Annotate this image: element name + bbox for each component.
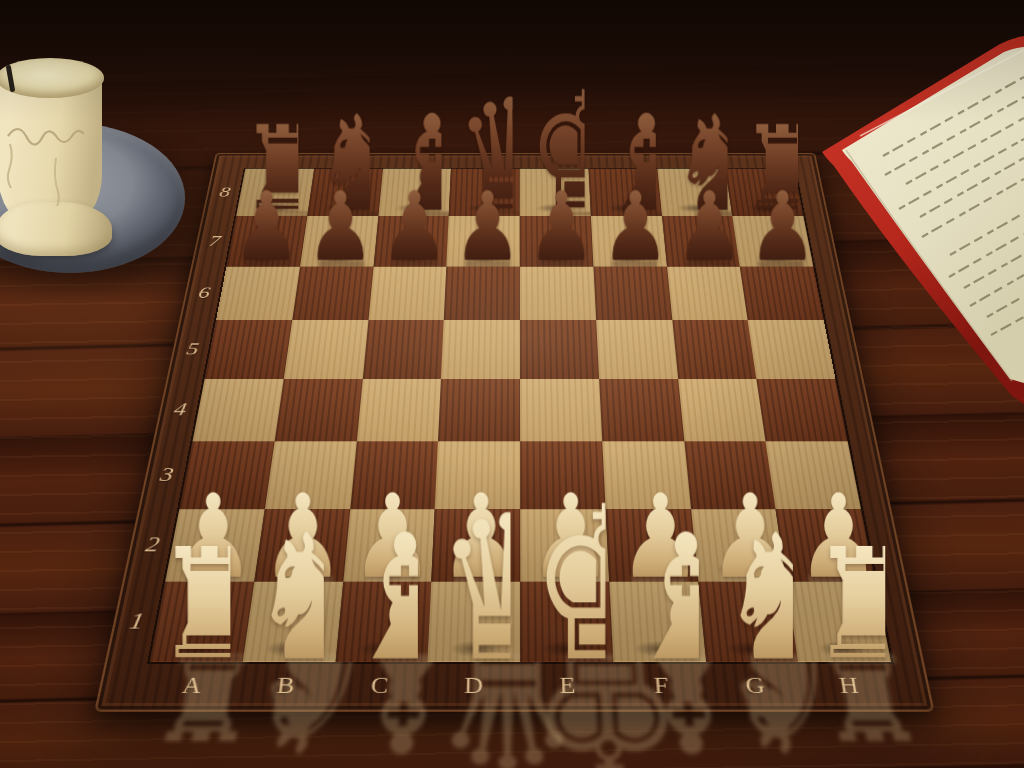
piece-black-pawn-g7[interactable]: ♟ [675,179,734,275]
piece-white-knight-b1[interactable]: ♞ [248,511,323,685]
candle-wax-drips [0,98,112,218]
square-c7[interactable]: ♟♟ [373,216,449,266]
chess-board: 87654321 ABCDEFGH ♜♜♞♞♝♝♛♛♚♚♝♝♞♞♜♜♟♟♟♟♟♟… [94,153,934,712]
piece-black-pawn-h7[interactable]: ♟ [749,179,808,275]
square-d5[interactable] [441,320,520,378]
square-f4[interactable] [599,379,684,442]
piece-black-pawn-c7[interactable]: ♟ [380,179,439,275]
candle-top [0,58,104,98]
square-b4[interactable] [274,379,362,442]
piece-black-pawn-d7[interactable]: ♟ [453,179,512,275]
square-d1[interactable]: ♛♛ [428,582,521,662]
square-e7[interactable]: ♟♟ [520,216,593,266]
square-b1[interactable]: ♞♞ [242,582,342,662]
square-e1[interactable]: ♚♚ [520,582,613,662]
board-grid: ♜♜♞♞♝♝♛♛♚♚♝♝♞♞♜♜♟♟♟♟♟♟♟♟♟♟♟♟♟♟♟♟♟♟♟♟♟♟♟♟… [150,169,891,662]
square-b7[interactable]: ♟♟ [300,216,378,266]
piece-white-queen-d1[interactable]: ♛ [436,489,511,690]
piece-black-pawn-f7[interactable]: ♟ [601,179,660,275]
piece-white-bishop-c1[interactable]: ♝ [342,511,417,685]
piece-white-knight-g1[interactable]: ♞ [717,511,792,685]
piece-black-pawn-b7[interactable]: ♟ [306,179,365,275]
scene: 87654321 ABCDEFGH ♜♜♞♞♝♝♛♛♚♚♝♝♞♞♜♜♟♟♟♟♟♟… [0,0,1024,768]
square-h5[interactable] [748,320,835,378]
board-scene: 87654321 ABCDEFGH ♜♜♞♞♝♝♛♛♚♚♝♝♞♞♜♜♟♟♟♟♟♟… [0,0,1024,768]
square-a1[interactable]: ♜♜ [150,582,254,662]
piece-white-king-e1[interactable]: ♚ [530,479,605,692]
piece-black-pawn-e7[interactable]: ♟ [527,179,586,275]
square-c5[interactable] [362,320,444,378]
square-g4[interactable] [678,379,766,442]
square-a7[interactable]: ♟♟ [226,216,307,266]
square-g5[interactable] [672,320,757,378]
square-a5[interactable] [205,320,292,378]
piece-black-pawn-a7[interactable]: ♟ [232,179,291,275]
square-f7[interactable]: ♟♟ [591,216,667,266]
square-e5[interactable] [520,320,599,378]
square-c1[interactable]: ♝♝ [335,582,431,662]
square-c4[interactable] [356,379,441,442]
square-d4[interactable] [438,379,520,442]
square-a4[interactable] [193,379,284,442]
square-h4[interactable] [756,379,847,442]
square-e4[interactable] [520,379,602,442]
square-b5[interactable] [284,320,368,378]
piece-white-rook-a1[interactable]: ♜ [155,529,230,681]
candle-wick-icon [6,65,16,92]
candle [0,58,112,256]
square-d7[interactable]: ♟♟ [447,216,520,266]
square-f5[interactable] [596,320,678,378]
